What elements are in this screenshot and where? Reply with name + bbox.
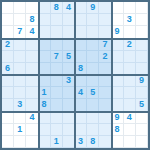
cell-r2c5[interactable] bbox=[51, 14, 63, 26]
cell-r2c1[interactable] bbox=[2, 14, 14, 26]
cell-r1c10[interactable] bbox=[112, 2, 124, 14]
cell-r5c10[interactable] bbox=[112, 51, 124, 63]
cell-r10c11[interactable]: 4 bbox=[124, 112, 136, 124]
cell-r11c2[interactable]: 1 bbox=[14, 124, 26, 136]
cell-r5c5[interactable]: 7 bbox=[51, 51, 63, 63]
cell-r4c5[interactable] bbox=[51, 39, 63, 51]
cell-r7c2[interactable] bbox=[14, 75, 26, 87]
sudoku-board: 84983749272752683914538549418138 bbox=[0, 0, 150, 150]
cell-r12c4[interactable] bbox=[39, 136, 51, 148]
cell-r12c10[interactable] bbox=[112, 136, 124, 148]
cell-r4c10[interactable] bbox=[112, 39, 124, 51]
cell-r8c8[interactable]: 5 bbox=[87, 87, 99, 99]
cell-r4c12[interactable] bbox=[136, 39, 148, 51]
cell-r7c12[interactable]: 9 bbox=[136, 75, 148, 87]
cell-r1c1[interactable] bbox=[2, 2, 14, 14]
cell-r7c5[interactable] bbox=[51, 75, 63, 87]
cell-r1c12[interactable] bbox=[136, 2, 148, 14]
cell-r10c7[interactable] bbox=[75, 112, 87, 124]
cell-r11c11[interactable] bbox=[124, 124, 136, 136]
cell-r2c12[interactable] bbox=[136, 14, 148, 26]
cell-r2c2[interactable] bbox=[14, 14, 26, 26]
cell-r1c11[interactable] bbox=[124, 2, 136, 14]
cell-r8c1[interactable] bbox=[2, 87, 14, 99]
cell-r7c8[interactable] bbox=[87, 75, 99, 87]
cell-r1c8[interactable]: 9 bbox=[87, 2, 99, 14]
cell-r10c5[interactable] bbox=[51, 112, 63, 124]
cell-r10c2[interactable] bbox=[14, 112, 26, 124]
cell-r7c7[interactable] bbox=[75, 75, 87, 87]
cell-r5c7[interactable] bbox=[75, 51, 87, 63]
block-line-horizontal-3 bbox=[2, 111, 148, 113]
cell-r11c10[interactable]: 8 bbox=[112, 124, 124, 136]
cell-r12c5[interactable]: 1 bbox=[51, 136, 63, 148]
cell-r4c4[interactable] bbox=[39, 39, 51, 51]
cell-r11c1[interactable] bbox=[2, 124, 14, 136]
cell-r8c12[interactable] bbox=[136, 87, 148, 99]
cell-r7c4[interactable] bbox=[39, 75, 51, 87]
cell-r1c7[interactable] bbox=[75, 2, 87, 14]
block-line-horizontal-1 bbox=[2, 38, 148, 40]
cell-r8c5[interactable] bbox=[51, 87, 63, 99]
cell-r5c11[interactable] bbox=[124, 51, 136, 63]
cell-r5c2[interactable] bbox=[14, 51, 26, 63]
cell-r4c2[interactable] bbox=[14, 39, 26, 51]
cell-r2c7[interactable] bbox=[75, 14, 87, 26]
cell-r8c10[interactable] bbox=[112, 87, 124, 99]
cell-r10c4[interactable] bbox=[39, 112, 51, 124]
cell-r4c11[interactable]: 2 bbox=[124, 39, 136, 51]
cell-r4c7[interactable] bbox=[75, 39, 87, 51]
cell-r7c11[interactable] bbox=[124, 75, 136, 87]
cell-r12c2[interactable] bbox=[14, 136, 26, 148]
cell-r1c2[interactable] bbox=[14, 2, 26, 14]
cell-r5c8[interactable] bbox=[87, 51, 99, 63]
cell-r5c12[interactable] bbox=[136, 51, 148, 63]
cell-r8c4[interactable]: 1 bbox=[39, 87, 51, 99]
cell-r5c4[interactable] bbox=[39, 51, 51, 63]
cell-r10c10[interactable]: 9 bbox=[112, 112, 124, 124]
cell-r7c10[interactable] bbox=[112, 75, 124, 87]
cell-r11c7[interactable] bbox=[75, 124, 87, 136]
cell-r5c1[interactable] bbox=[2, 51, 14, 63]
cell-r12c8[interactable]: 8 bbox=[87, 136, 99, 148]
cell-r11c8[interactable] bbox=[87, 124, 99, 136]
cell-r4c8[interactable] bbox=[87, 39, 99, 51]
cell-r12c11[interactable] bbox=[124, 136, 136, 148]
cell-r11c4[interactable] bbox=[39, 124, 51, 136]
cell-r2c4[interactable] bbox=[39, 14, 51, 26]
cell-r10c12[interactable] bbox=[136, 112, 148, 124]
cell-r12c12[interactable] bbox=[136, 136, 148, 148]
cell-r2c8[interactable] bbox=[87, 14, 99, 26]
cell-r8c7[interactable]: 4 bbox=[75, 87, 87, 99]
cell-r12c7[interactable]: 3 bbox=[75, 136, 87, 148]
cell-r10c1[interactable] bbox=[2, 112, 14, 124]
cell-r2c11[interactable]: 3 bbox=[124, 14, 136, 26]
block-line-horizontal-2 bbox=[2, 74, 148, 76]
cell-r2c10[interactable] bbox=[112, 14, 124, 26]
cell-r11c5[interactable] bbox=[51, 124, 63, 136]
cell-r8c11[interactable] bbox=[124, 87, 136, 99]
cell-r1c4[interactable] bbox=[39, 2, 51, 14]
cell-r10c8[interactable] bbox=[87, 112, 99, 124]
cell-r4c1[interactable]: 2 bbox=[2, 39, 14, 51]
cell-r12c1[interactable] bbox=[2, 136, 14, 148]
cell-r1c5[interactable]: 8 bbox=[51, 2, 63, 14]
cell-r8c2[interactable] bbox=[14, 87, 26, 99]
cell-r7c1[interactable] bbox=[2, 75, 14, 87]
cell-r11c12[interactable] bbox=[136, 124, 148, 136]
